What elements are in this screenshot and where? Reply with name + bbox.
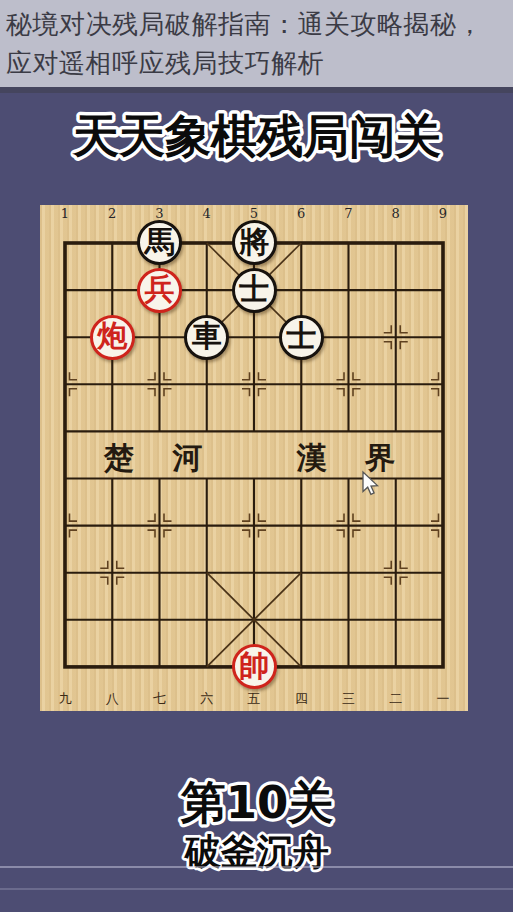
mouse-cursor-icon [361, 471, 381, 497]
piece-black-general[interactable]: 將 [232, 220, 277, 265]
board-grid[interactable]: 馬將兵士炮車士帥 [41, 219, 466, 690]
piece-black-advisor-1[interactable]: 士 [232, 268, 277, 313]
piece-black-advisor-2[interactable]: 士 [279, 315, 324, 360]
article-title-bar: 秘境对决残局破解指南：通关攻略揭秘，应对遥相呼应残局技巧解析 [0, 0, 513, 93]
banner: 天天象棋残局闯关 [0, 100, 513, 172]
divider-line-2 [0, 888, 513, 890]
piece-glyph: 士 [239, 274, 269, 304]
piece-glyph: 馬 [145, 227, 175, 257]
page: { "title_bar": { "text": "秘境对决残局破解指南：通关攻… [0, 0, 513, 912]
piece-glyph: 帥 [239, 651, 269, 681]
piece-glyph: 將 [239, 227, 269, 257]
file-label-bottom-7: 三 [342, 690, 355, 708]
piece-red-soldier[interactable]: 兵 [137, 268, 182, 313]
file-label-bottom-6: 四 [295, 690, 308, 708]
file-label-bottom-4: 六 [200, 690, 213, 708]
piece-glyph: 車 [192, 321, 222, 351]
piece-glyph: 兵 [145, 274, 175, 304]
piece-black-chariot[interactable]: 車 [184, 315, 229, 360]
banner-title: 天天象棋残局闯关 [72, 109, 441, 163]
file-label-bottom-9: 一 [437, 690, 450, 708]
piece-glyph: 炮 [97, 321, 127, 351]
article-title: 秘境对决残局破解指南：通关攻略揭秘，应对遥相呼应残局技巧解析 [0, 0, 513, 83]
file-label-bottom-8: 二 [389, 690, 402, 708]
footer: 第10关 破釜沉舟 [0, 760, 513, 880]
file-label-bottom-2: 八 [106, 690, 119, 708]
divider-line-1 [0, 866, 513, 868]
piece-black-horse[interactable]: 馬 [137, 220, 182, 265]
file-label-bottom-1: 九 [59, 690, 72, 708]
piece-glyph: 士 [286, 321, 316, 351]
file-label-bottom-3: 七 [153, 690, 166, 708]
piece-red-cannon[interactable]: 炮 [90, 315, 135, 360]
xiangqi-board[interactable]: 楚 河 漢 界 馬將兵士炮車士帥 123456789九八七六五四三二一 [40, 205, 468, 711]
level-number: 第10关 [180, 776, 334, 829]
file-label-bottom-5: 五 [248, 690, 261, 708]
piece-red-general[interactable]: 帥 [232, 644, 277, 689]
